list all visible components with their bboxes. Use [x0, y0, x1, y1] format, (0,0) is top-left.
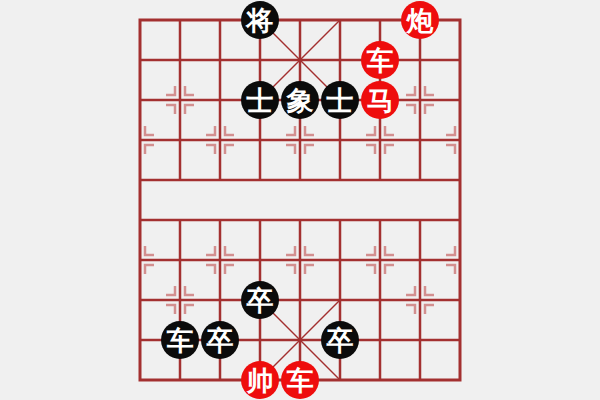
piece-black-pawn-b[interactable]: 卒	[201, 321, 239, 359]
piece-black-pawn-c[interactable]: 卒	[321, 321, 359, 359]
piece-red-general[interactable]: 帅	[241, 361, 279, 399]
pieces-layer: 将炮车士象士马卒车卒卒帅车	[120, 0, 480, 400]
piece-black-chariot[interactable]: 车	[161, 321, 199, 359]
piece-black-advisor-right[interactable]: 士	[321, 81, 359, 119]
piece-black-elephant[interactable]: 象	[281, 81, 319, 119]
piece-black-general[interactable]: 将	[241, 1, 279, 39]
piece-black-advisor-left[interactable]: 士	[241, 81, 279, 119]
piece-red-horse[interactable]: 马	[361, 81, 399, 119]
piece-red-chariot-top[interactable]: 车	[361, 41, 399, 79]
piece-red-cannon[interactable]: 炮	[401, 1, 439, 39]
piece-red-chariot-bottom[interactable]: 车	[281, 361, 319, 399]
piece-black-pawn-a[interactable]: 卒	[241, 281, 279, 319]
xiangqi-board: 将炮车士象士马卒车卒卒帅车	[0, 0, 600, 400]
